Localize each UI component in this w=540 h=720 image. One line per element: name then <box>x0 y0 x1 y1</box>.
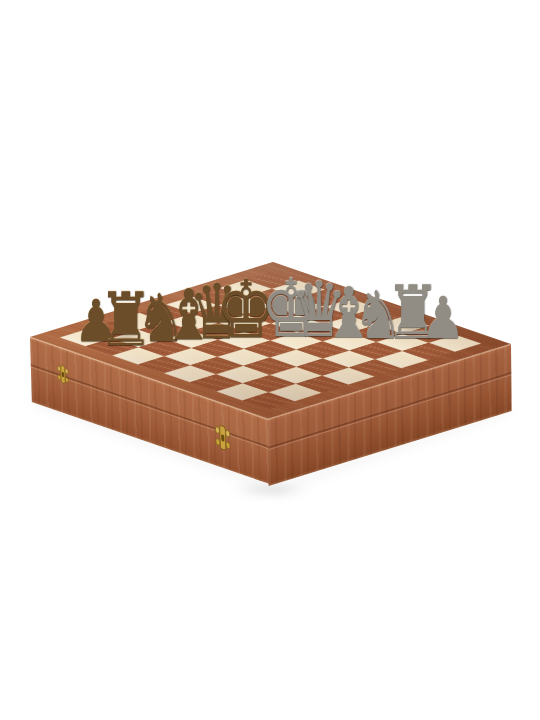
pieces-layer: ♟♜♞♝♛♚♚♛♝♞♜♟ <box>0 0 540 720</box>
product-photo: ♟♜♞♝♛♚♚♛♝♞♜♟ <box>0 0 540 720</box>
piece-silver-pawn: ♟ <box>421 289 465 347</box>
